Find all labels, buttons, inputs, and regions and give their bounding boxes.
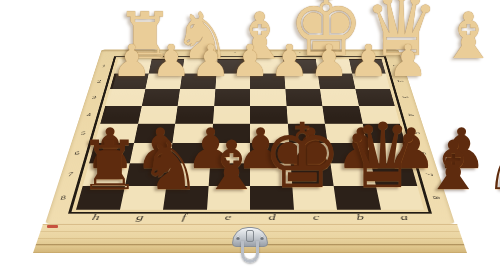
square-b1 — [316, 59, 352, 74]
square-e7 — [208, 163, 250, 185]
square-c3 — [285, 89, 322, 106]
square-d8 — [250, 186, 293, 210]
file-label-b: b — [315, 50, 348, 56]
rank-label-4: 4 — [79, 105, 99, 124]
piece-cell-b8: ♞ — [484, 135, 500, 198]
chess-board: hgfedcba hgfedcba 12345678 12345678 — [45, 50, 455, 224]
file-label-h: h — [72, 212, 119, 224]
square-h8 — [76, 186, 125, 210]
square-f5 — [172, 124, 212, 143]
file-label-a: a — [381, 212, 428, 224]
rank-label-2: 2 — [383, 78, 420, 85]
square-d3 — [250, 89, 286, 106]
rank-label-6: 6 — [402, 148, 444, 157]
square-g1 — [148, 59, 184, 74]
square-g6 — [129, 143, 172, 164]
clasp-hasp-loop — [241, 241, 259, 263]
file-label-e: e — [217, 50, 250, 56]
file-label-d: d — [250, 212, 295, 224]
square-f7 — [166, 163, 209, 185]
square-e3 — [214, 89, 250, 106]
clasp-screw-right — [260, 236, 264, 240]
square-h2 — [110, 73, 148, 89]
file-labels-far: hgfedcba — [119, 50, 380, 56]
square-c1 — [283, 59, 318, 74]
square-f2 — [180, 73, 216, 89]
square-e5 — [211, 124, 250, 143]
square-b4 — [322, 106, 362, 124]
square-b6 — [328, 143, 371, 164]
square-b7 — [330, 163, 375, 185]
square-g5 — [134, 124, 175, 143]
square-e1 — [216, 59, 250, 74]
square-f8 — [163, 186, 208, 210]
square-c5 — [287, 124, 327, 143]
square-c4 — [286, 106, 325, 124]
square-b2 — [318, 73, 355, 89]
square-h6 — [89, 143, 134, 164]
rank-label-1: 1 — [379, 63, 414, 70]
square-c2 — [284, 73, 320, 89]
square-e4 — [213, 106, 250, 124]
square-b8 — [334, 186, 381, 210]
square-f3 — [178, 89, 215, 106]
square-c7 — [290, 163, 333, 185]
square-d4 — [250, 106, 287, 124]
red-mark — [47, 225, 58, 228]
square-c8 — [292, 186, 337, 210]
rank-label-6: 6 — [66, 142, 87, 164]
rank-label-7: 7 — [60, 163, 82, 187]
board-perspective-scene: hgfedcba hgfedcba 12345678 12345678 — [45, 0, 455, 224]
square-g8 — [120, 186, 167, 210]
board-grid — [76, 59, 424, 210]
square-e2 — [215, 73, 250, 89]
square-g4 — [138, 106, 178, 124]
square-e6 — [210, 143, 250, 164]
square-d1 — [250, 59, 284, 74]
file-label-f: f — [185, 50, 218, 56]
square-h3 — [105, 89, 145, 106]
file-label-g: g — [152, 50, 185, 56]
square-h4 — [100, 106, 141, 124]
square-g3 — [141, 89, 180, 106]
square-g7 — [125, 163, 170, 185]
square-g2 — [145, 73, 182, 89]
file-label-e: e — [206, 212, 251, 224]
square-d6 — [250, 143, 290, 164]
rank-label-8: 8 — [414, 192, 460, 203]
file-label-b: b — [337, 212, 383, 224]
square-b3 — [320, 89, 359, 106]
piece-black-n-b8: ♞ — [484, 135, 500, 198]
file-label-c: c — [282, 50, 315, 56]
rank-label-2: 2 — [90, 73, 109, 90]
square-f4 — [175, 106, 214, 124]
rank-label-8: 8 — [52, 185, 75, 211]
rank-label-3: 3 — [84, 88, 104, 106]
rank-label-1: 1 — [95, 58, 114, 74]
square-b5 — [325, 124, 366, 143]
product-photo-stage: hgfedcba hgfedcba 12345678 12345678 ♜♞♝♚… — [0, 0, 500, 272]
clasp-screw-left — [236, 236, 240, 240]
square-e8 — [207, 186, 250, 210]
square-c6 — [289, 143, 331, 164]
square-d7 — [250, 163, 292, 185]
square-f6 — [170, 143, 212, 164]
file-label-c: c — [294, 212, 339, 224]
file-label-g: g — [117, 212, 163, 224]
file-label-a: a — [347, 50, 381, 56]
playing-area-frame — [68, 56, 432, 213]
square-d2 — [250, 73, 285, 89]
file-labels-near: hgfedcba — [72, 212, 428, 224]
square-d5 — [250, 124, 289, 143]
rank-label-3: 3 — [387, 94, 425, 102]
rank-label-5: 5 — [73, 123, 94, 144]
square-h1 — [114, 59, 151, 74]
rank-label-4: 4 — [392, 111, 431, 119]
file-label-d: d — [250, 50, 283, 56]
square-f1 — [182, 59, 217, 74]
rank-label-5: 5 — [397, 129, 438, 138]
file-label-f: f — [161, 212, 206, 224]
rank-label-7: 7 — [408, 169, 452, 179]
metal-clasp — [229, 227, 271, 265]
file-label-h: h — [119, 50, 153, 56]
square-h7 — [83, 163, 129, 185]
square-h5 — [95, 124, 138, 143]
